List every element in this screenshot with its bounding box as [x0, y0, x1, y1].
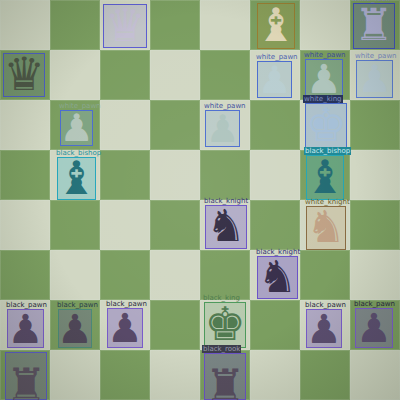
detection-label: black_knight	[255, 248, 301, 256]
detection-label: white_pawn	[58, 102, 102, 110]
bounding-box	[103, 4, 147, 48]
bounding-box	[205, 205, 247, 249]
bounding-box	[204, 302, 246, 348]
detection-white_bishop-f8: ♝	[257, 3, 295, 49]
detection-black_bishop-g5: ♝black_bishop	[306, 155, 344, 200]
detection-white_pawn-f7: ♟white_pawn	[257, 61, 292, 98]
detection-label: black_pawn	[56, 301, 99, 309]
screenshot-stage: ♛♝♜white_rook♛♟white_pawn♟white_pawn♟whi…	[0, 0, 400, 400]
detection-black_pawn-b2: ♟black_pawn	[58, 309, 92, 348]
detection-label: black_bishop	[304, 147, 351, 155]
detection-black_knight-f3: ♞black_knight	[257, 256, 298, 299]
bounding-box	[3, 53, 45, 97]
detection-label: black_pawn	[304, 301, 347, 309]
bounding-box	[5, 352, 47, 400]
detection-white_pawn-g7: ♟white_pawn	[305, 59, 343, 99]
bounding-box	[355, 308, 393, 348]
detection-black_queen-a7: ♛	[3, 53, 45, 97]
detection-label: white_pawn	[303, 51, 347, 59]
bounding-box	[306, 206, 346, 250]
detection-black_rook-a1: ♜	[5, 352, 47, 400]
detection-black_pawn-h2: ♟black_pawn	[355, 308, 393, 348]
bounding-box	[356, 60, 393, 98]
detection-white_queen-c8: ♛	[103, 4, 147, 48]
detection-label: black_pawn	[105, 300, 148, 308]
detection-white_pawn-h7: ♟white_pawn	[356, 60, 393, 98]
bounding-box	[107, 308, 143, 348]
detection-label: black_knight	[203, 197, 249, 205]
bounding-box	[60, 110, 93, 146]
bounding-box	[7, 309, 44, 348]
detection-black_king-e2: ♚black_king	[204, 302, 246, 348]
detection-black_pawn-c2: ♟black_pawn	[107, 308, 143, 348]
detection-overlay: ♛♝♜white_rook♛♟white_pawn♟white_pawn♟whi…	[0, 0, 400, 400]
bounding-box	[305, 103, 347, 148]
detection-label: white_knight	[304, 198, 351, 206]
bounding-box	[58, 309, 92, 348]
detection-label: black_rook	[202, 345, 241, 353]
detection-label: white_pawn	[203, 102, 247, 110]
detection-label: black_pawn	[5, 301, 48, 309]
bounding-box	[353, 3, 395, 49]
bounding-box	[305, 59, 343, 99]
bounding-box	[204, 353, 246, 400]
detection-label: black_king	[202, 294, 241, 302]
detection-white_knight-g4: ♞white_knight	[306, 206, 346, 250]
detection-black_pawn-a2: ♟black_pawn	[7, 309, 44, 348]
bounding-box	[306, 309, 342, 348]
detection-label: black_pawn	[353, 300, 396, 308]
detection-white_pawn-e6: ♟white_pawn	[205, 110, 240, 147]
detection-label: black_bishop	[55, 149, 102, 157]
detection-black_rook-e1: ♜black_rook	[204, 353, 246, 400]
bounding-box	[57, 157, 96, 200]
detection-black_knight-e4: ♞black_knight	[205, 205, 247, 249]
detection-black_pawn-g2: ♟black_pawn	[306, 309, 342, 348]
bounding-box	[257, 3, 295, 49]
bounding-box	[257, 61, 292, 98]
detection-label: white_pawn	[354, 52, 398, 60]
detection-white_pawn-b6: ♟white_pawn	[60, 110, 93, 146]
detection-label: white_king	[303, 95, 343, 103]
bounding-box	[257, 256, 298, 299]
detection-white_king-g6: ♚white_king	[305, 103, 347, 148]
bounding-box	[306, 155, 344, 200]
detection-black_bishop-b5: ♝black_bishop	[57, 157, 96, 200]
detection-label: white_pawn	[255, 53, 299, 61]
detection-white_rook-h8: ♜white_rook	[353, 3, 395, 49]
detection-label: white_rook	[351, 0, 391, 3]
bounding-box	[205, 110, 240, 147]
